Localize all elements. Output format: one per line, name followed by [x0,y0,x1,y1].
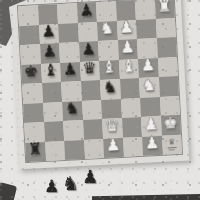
white-pawn: ♟ [140,57,155,74]
square-b6 [58,23,78,43]
square-h8: ♜ [25,141,45,161]
square-f6: ♞ [62,100,82,120]
square-g1: ♚ [160,115,180,135]
black-pawn: ♟ [81,41,96,58]
white-pawn: ♟ [119,19,134,36]
square-f8 [23,103,43,123]
square-h7 [45,140,65,160]
board-grid: ♟♜♟♞♟♟♟♟♚♝♟♛♝♝♟♞♞♞♛♟♚♜♟♟♛ [18,0,182,162]
square-h4: ♟ [103,137,123,157]
chess-board: ♟♜♟♞♟♟♟♟♚♝♟♛♝♝♟♞♞♞♛♟♚♜♟♟♛ [11,0,190,169]
black-rook: ♜ [28,141,43,158]
square-e2: ♞ [139,77,159,97]
black-queen: ♛ [82,60,97,77]
white-pawn: ♟ [145,135,160,152]
logo-ribbon [169,149,175,150]
square-d6: ♟ [60,62,80,82]
square-d5: ♛ [80,61,100,81]
square-e4: ♞ [100,79,120,99]
photo-artifact-dark-strip [92,194,200,200]
square-g7 [44,121,64,141]
square-e1 [158,76,178,96]
captured-black-piece: ♟ [44,178,59,195]
white-knight: ♞ [142,77,157,94]
square-a1: ♜ [154,0,174,19]
square-g5 [83,119,103,139]
black-bishop: ♝ [43,62,58,79]
square-g6 [63,120,83,140]
square-f5 [82,99,102,119]
square-h5 [84,138,104,158]
square-a8 [18,5,38,25]
white-rook: ♜ [157,0,172,15]
square-d8: ♚ [21,64,41,84]
square-b4: ♞ [97,21,117,41]
black-pawn: ♟ [42,43,57,60]
black-knight: ♞ [103,79,118,96]
square-e5 [81,80,101,100]
square-h3 [123,136,143,156]
white-pawn: ♟ [144,116,159,133]
crown-icon: ♛ [168,138,176,146]
white-pawn: ♟ [120,39,135,56]
white-knight: ♞ [99,20,114,37]
white-king: ♚ [163,115,178,132]
square-g3 [122,117,142,137]
square-e8 [22,83,42,103]
square-d1 [157,56,177,76]
square-e7 [42,82,62,102]
square-a5: ♟ [76,2,96,22]
square-h1: ♛ [161,134,181,154]
photo-artifact-dark-corner [0,182,17,200]
square-b8 [19,25,39,45]
square-h2: ♟ [142,135,162,155]
square-f7 [43,102,63,122]
square-a6 [57,3,77,23]
square-b2 [136,19,156,39]
square-f3 [120,97,140,117]
black-pawn: ♟ [63,61,78,78]
white-bishop: ♝ [102,59,117,76]
square-h6 [64,139,84,159]
white-pawn: ♟ [106,137,121,154]
white-bishop: ♝ [121,58,136,75]
white-queen: ♛ [105,118,120,135]
black-pawn: ♟ [41,24,56,41]
brand-logo: ♛ [161,134,181,154]
captured-black-piece: ♞ [62,174,79,193]
black-pawn: ♟ [79,2,94,19]
square-e3 [119,78,139,98]
square-d7: ♝ [41,63,61,83]
square-c1 [156,37,176,57]
square-b1 [155,17,175,37]
chessboard-photo: ♟♜♟♞♟♟♟♟♚♝♟♛♝♝♟♞♞♞♛♟♚♜♟♟♛ ♟ ♞ ♟ [0,0,200,200]
captured-black-piece: ♟ [82,168,98,186]
square-a2 [135,0,155,20]
square-d3: ♝ [118,58,138,78]
black-knight: ♞ [65,100,80,117]
black-king: ♚ [24,63,39,80]
